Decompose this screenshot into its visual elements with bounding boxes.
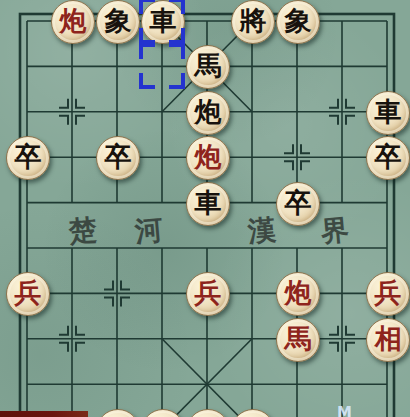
piece-black-cannon[interactable]: 炮 (186, 91, 230, 135)
piece-black-elephant[interactable]: 象 (276, 0, 320, 44)
piece-glyph: 車 (150, 0, 177, 42)
piece-glyph: 車 (195, 182, 222, 224)
piece-red-cannon[interactable]: 炮 (186, 136, 230, 180)
piece-glyph: 卒 (285, 182, 312, 224)
piece-black-soldier[interactable]: 卒 (96, 136, 140, 180)
piece-red-horse[interactable]: 馬 (276, 318, 320, 362)
river-label: 楚 (67, 211, 98, 251)
piece-red-elephant[interactable]: 相 (366, 318, 410, 362)
river-label: 河 (133, 211, 164, 251)
piece-black-soldier[interactable]: 卒 (276, 182, 320, 226)
piece-glyph: 相 (375, 318, 402, 360)
piece-glyph: 炮 (195, 136, 222, 178)
piece-glyph: 將 (240, 0, 267, 42)
piece-glyph: 兵 (375, 272, 402, 314)
piece-glyph: 兵 (195, 272, 222, 314)
piece-glyph: 兵 (15, 272, 42, 314)
piece-black-general[interactable]: 將 (231, 0, 275, 44)
piece-black-elephant[interactable]: 象 (96, 0, 140, 44)
piece-black-chariot[interactable]: 車 (186, 182, 230, 226)
xiangqi-board-screenshot: 炮象車將象馬炮車卒卒炮卒車卒兵兵炮兵馬相 楚河漢界 M (0, 0, 410, 417)
piece-glyph: 炮 (60, 0, 87, 42)
piece-glyph: 象 (285, 0, 312, 42)
piece-red-cannon[interactable]: 炮 (51, 0, 95, 44)
piece-glyph: 卒 (15, 136, 42, 178)
piece-black-soldier[interactable]: 卒 (6, 136, 50, 180)
piece-glyph: 車 (375, 91, 402, 133)
piece-glyph: 卒 (375, 136, 402, 178)
piece-black-chariot-selected[interactable]: 車 (141, 0, 185, 44)
river-label: 界 (319, 211, 350, 251)
piece-glyph: 象 (105, 0, 132, 42)
piece-glyph: 炮 (195, 91, 222, 133)
watermark-mark: M (337, 404, 353, 417)
piece-black-soldier[interactable]: 卒 (366, 136, 410, 180)
piece-glyph: 馬 (285, 318, 312, 360)
piece-glyph: 卒 (105, 136, 132, 178)
piece-black-chariot[interactable]: 車 (366, 91, 410, 135)
piece-glyph: 炮 (285, 272, 312, 314)
river-label: 漢 (246, 211, 277, 251)
bottom-edge-strip (0, 411, 88, 417)
piece-glyph: 馬 (195, 45, 222, 87)
